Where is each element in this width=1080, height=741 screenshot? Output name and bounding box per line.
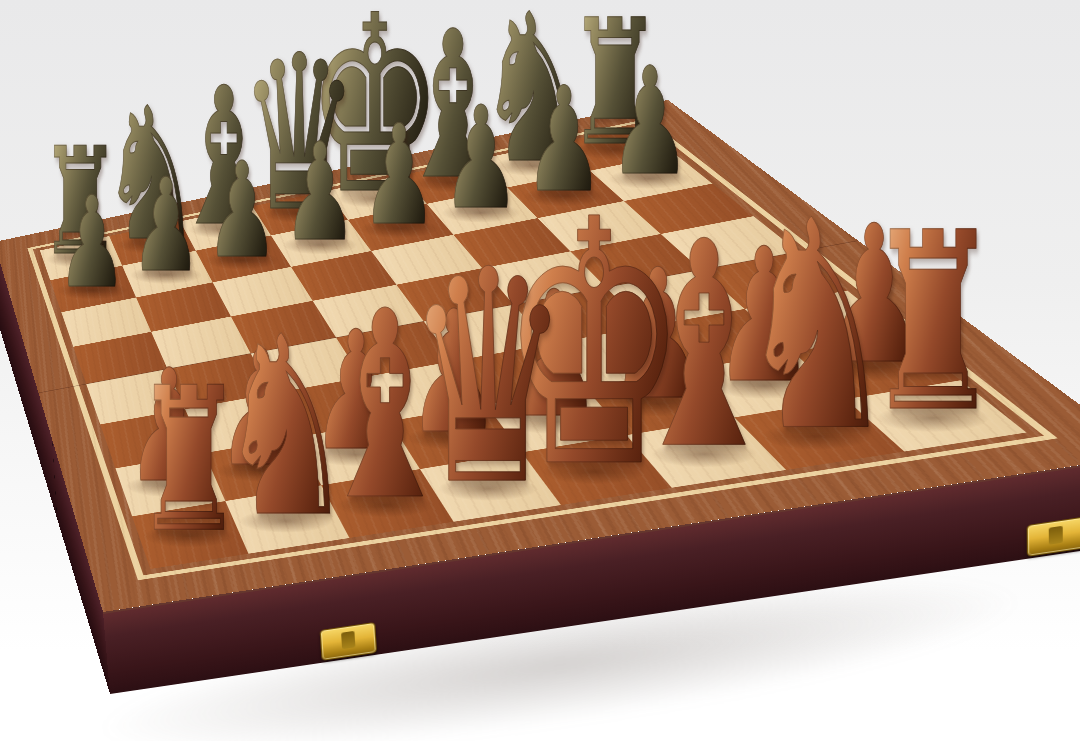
brass-latch-right bbox=[1027, 517, 1080, 557]
brass-latch-left bbox=[320, 622, 377, 661]
chess-set-photo: ♜♞♟♝♟♚♟♛♟♝♟♞♜♟♟♟♟♟♟♜♟♞♟♝♟♟♚♟♛♝♞♜ bbox=[0, 0, 1080, 741]
